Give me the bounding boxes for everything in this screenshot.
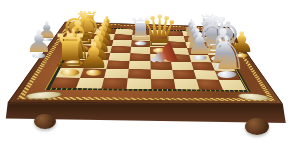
board-grid[interactable]: [50, 28, 246, 90]
square-e1[interactable]: [151, 79, 176, 90]
square-c1[interactable]: [101, 78, 127, 89]
square-b1[interactable]: [76, 78, 104, 89]
square-h2[interactable]: [215, 71, 241, 80]
bun-foot-left: [34, 114, 56, 129]
square-f2[interactable]: [172, 70, 196, 79]
square-f1[interactable]: [174, 79, 200, 90]
bun-foot-right: [245, 118, 269, 135]
chess-set-photo: ♜♞♝♚♝♞♜♟♟♟♟♟♟♟♛♜♞♝♛♚♝♞♟♟♟♟♟♜♟♟♟♟: [0, 0, 290, 146]
square-e2[interactable]: [151, 70, 174, 80]
square-c3[interactable]: [106, 60, 129, 69]
square-d2[interactable]: [128, 69, 151, 79]
chess-board[interactable]: [8, 22, 283, 104]
square-c2[interactable]: [104, 69, 129, 79]
square-b2[interactable]: [80, 68, 106, 78]
square-d1[interactable]: [127, 78, 152, 89]
square-d3[interactable]: [129, 61, 151, 70]
